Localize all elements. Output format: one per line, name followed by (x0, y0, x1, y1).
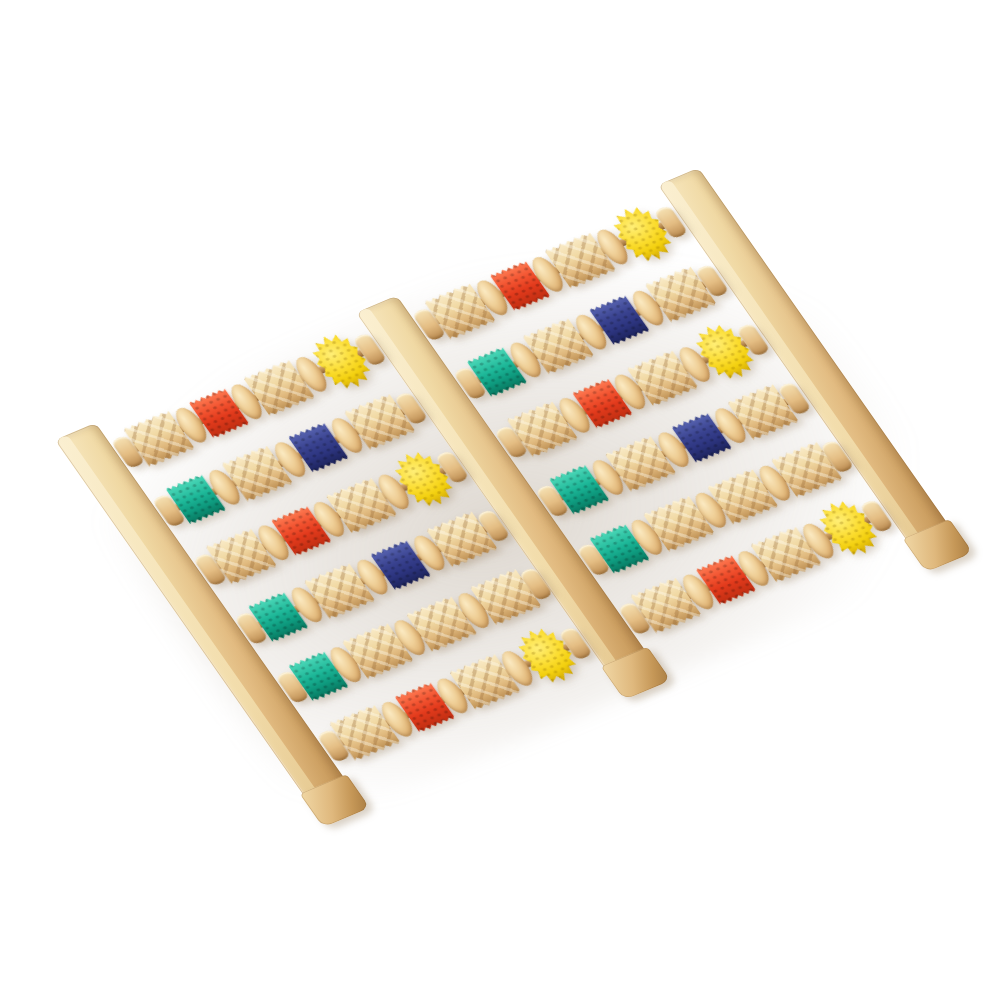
product-photo-stage (0, 0, 1000, 1000)
massage-roller-board (55, 168, 955, 806)
